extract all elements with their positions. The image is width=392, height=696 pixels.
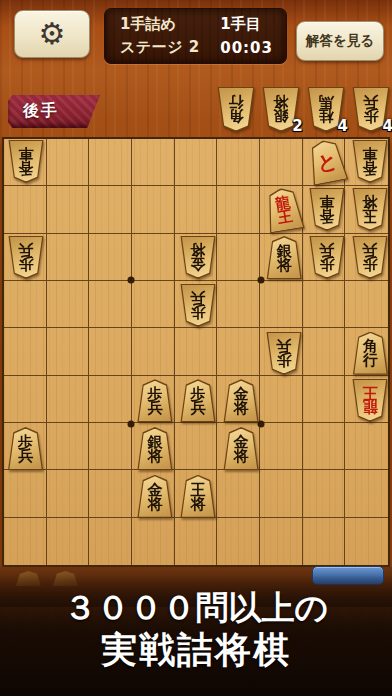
piece-kanji: 行 xyxy=(363,353,378,367)
piece-歩兵[interactable]: 歩兵 xyxy=(179,379,217,422)
board-cell-9f[interactable] xyxy=(4,376,47,423)
board-cell-7c[interactable] xyxy=(89,234,132,281)
show-answer-label: 解答を見る xyxy=(306,32,374,50)
piece-kanji: 兵 xyxy=(147,401,162,415)
board-cell-3i[interactable] xyxy=(260,518,303,565)
piece-kanji: 将 xyxy=(191,243,206,257)
piece-香車[interactable]: 香車 xyxy=(7,140,45,183)
board-cell-2d[interactable] xyxy=(303,281,346,328)
board-cell-9h[interactable] xyxy=(4,470,47,517)
board-cell-1g[interactable] xyxy=(345,423,388,470)
board-cell-3h[interactable] xyxy=(260,470,303,517)
board-cell-2h[interactable] xyxy=(303,470,346,517)
board-cell-8b[interactable] xyxy=(47,186,90,233)
board-cell-9i[interactable] xyxy=(4,518,47,565)
piece-kanji: 香 xyxy=(320,209,335,223)
hand-piece-count: 4 xyxy=(383,117,392,135)
piece-kanji: 歩 xyxy=(363,257,378,271)
piece-歩兵[interactable]: 歩兵 xyxy=(7,236,45,279)
piece-kanji: 歩 xyxy=(364,109,379,123)
hand-piece-count: 4 xyxy=(337,117,347,135)
piece-kanji: 龍 xyxy=(363,401,378,415)
board-cell-7e[interactable] xyxy=(89,328,132,375)
piece-kanji: 角 xyxy=(229,109,244,123)
app-screen: ⚙ 1手詰め ステージ 2 1手目 00:03 解答を見る 後手 角行銀将2桂馬… xyxy=(0,0,392,696)
board-cell-5i[interactable] xyxy=(175,518,218,565)
star-point xyxy=(128,277,135,284)
board-cell-2e[interactable] xyxy=(303,328,346,375)
board-cell-7d[interactable] xyxy=(89,281,132,328)
move-counter: 1手目 xyxy=(220,15,273,34)
board-cell-6a[interactable] xyxy=(132,139,175,186)
piece-kanji: 歩 xyxy=(18,257,33,271)
piece-kanji: 王 xyxy=(363,387,378,401)
board-cell-6e[interactable] xyxy=(132,328,175,375)
board-cell-7i[interactable] xyxy=(89,518,132,565)
hand-piece-slot[interactable]: 歩兵4 xyxy=(350,87,392,133)
piece-玉将[interactable]: 玉将 xyxy=(351,188,389,231)
board-cell-5a[interactable] xyxy=(175,139,218,186)
promo-line1: ３０００問以上の xyxy=(64,588,329,629)
board-cell-6i[interactable] xyxy=(132,518,175,565)
gote-hand-tray: 角行銀将2桂馬4歩兵4 xyxy=(215,87,392,133)
board-cell-7g[interactable] xyxy=(89,423,132,470)
board-cell-8i[interactable] xyxy=(47,518,90,565)
board-cell-3a[interactable] xyxy=(260,139,303,186)
piece-金将[interactable]: 金将 xyxy=(179,236,217,279)
piece-金将[interactable]: 金将 xyxy=(222,379,260,422)
hand-piece-slot[interactable]: 桂馬4 xyxy=(305,87,347,133)
gear-icon: ⚙ xyxy=(39,19,66,49)
piece-kanji: 兵 xyxy=(18,449,33,463)
stage-label: ステージ 2 xyxy=(120,38,200,57)
piece-kanji: 玉 xyxy=(363,209,378,223)
star-point xyxy=(257,277,264,284)
board-cell-4d[interactable] xyxy=(217,281,260,328)
board-cell-7h[interactable] xyxy=(89,470,132,517)
piece-kanji: 将 xyxy=(274,95,289,109)
gote-label: 後手 xyxy=(23,101,59,122)
puzzle-info-right: 1手目 00:03 xyxy=(220,15,273,57)
piece-kanji: 将 xyxy=(147,449,162,463)
piece-kanji: 銀 xyxy=(274,109,289,123)
board-cell-5b[interactable] xyxy=(175,186,218,233)
board-cell-4i[interactable] xyxy=(217,518,260,565)
board-cell-6d[interactable] xyxy=(132,281,175,328)
piece-kanji: 車 xyxy=(363,148,378,162)
piece-角行[interactable]: 角行 xyxy=(216,87,256,132)
hand-piece-slot[interactable]: 銀将2 xyxy=(260,87,302,133)
board-cell-4c[interactable] xyxy=(217,234,260,281)
piece-歩兵[interactable]: 歩兵 xyxy=(7,427,45,470)
piece-龍王[interactable]: 龍王 xyxy=(351,379,389,422)
piece-kanji: 香 xyxy=(363,162,378,176)
piece-kanji: 歩 xyxy=(191,305,206,319)
show-answer-button[interactable]: 解答を見る xyxy=(296,21,384,61)
piece-kanji: 行 xyxy=(229,95,244,109)
piece-kanji: 金 xyxy=(191,257,206,271)
board-cell-4e[interactable] xyxy=(217,328,260,375)
piece-kanji: 兵 xyxy=(364,95,379,109)
board-cell-9e[interactable] xyxy=(4,328,47,375)
board-cell-5e[interactable] xyxy=(175,328,218,375)
board-cell-4h[interactable] xyxy=(217,470,260,517)
piece-kanji: 兵 xyxy=(277,339,292,353)
board-cell-9d[interactable] xyxy=(4,281,47,328)
board-cell-8e[interactable] xyxy=(47,328,90,375)
board-cell-3f[interactable] xyxy=(260,376,303,423)
board-cell-6c[interactable] xyxy=(132,234,175,281)
piece-kanji: 車 xyxy=(320,195,335,209)
timer: 00:03 xyxy=(220,39,273,57)
piece-歩兵[interactable]: 歩兵 xyxy=(136,379,174,422)
piece-kanji: と xyxy=(316,153,339,171)
piece-kanji: 将 xyxy=(363,195,378,209)
piece-金将[interactable]: 金将 xyxy=(222,427,260,470)
piece-香車[interactable]: 香車 xyxy=(308,188,346,231)
piece-香車[interactable]: 香車 xyxy=(351,140,389,183)
board-cell-2i[interactable] xyxy=(303,518,346,565)
piece-王将[interactable]: 王将 xyxy=(179,475,217,518)
board-cell-8f[interactable] xyxy=(47,376,90,423)
piece-kanji: 馬 xyxy=(319,95,334,109)
piece-金将[interactable]: 金将 xyxy=(136,475,174,518)
board-cell-2g[interactable] xyxy=(303,423,346,470)
piece-kanji: 香 xyxy=(18,162,33,176)
piece-kanji: 将 xyxy=(234,449,249,463)
piece-歩兵[interactable]: 歩兵 xyxy=(179,284,217,327)
board-cell-1h[interactable] xyxy=(345,470,388,517)
piece-kanji: 将 xyxy=(234,401,249,415)
hand-piece-count: 2 xyxy=(292,117,302,135)
board-cell-7b[interactable] xyxy=(89,186,132,233)
board-cell-3g[interactable] xyxy=(260,423,303,470)
piece-銀将[interactable]: 銀将 xyxy=(265,236,303,279)
board-cell-7a[interactable] xyxy=(89,139,132,186)
piece-歩兵[interactable]: 歩兵 xyxy=(265,332,303,375)
piece-kanji: 王 xyxy=(277,209,294,225)
board-cell-8d[interactable] xyxy=(47,281,90,328)
puzzle-info-panel: 1手詰め ステージ 2 1手目 00:03 xyxy=(104,8,287,64)
board-cell-8h[interactable] xyxy=(47,470,90,517)
hand-piece-slot[interactable]: 角行 xyxy=(215,87,257,133)
board-cell-5g[interactable] xyxy=(175,423,218,470)
board-cell-7f[interactable] xyxy=(89,376,132,423)
board-cell-6b[interactable] xyxy=(132,186,175,233)
board-cell-4a[interactable] xyxy=(217,139,260,186)
settings-button[interactable]: ⚙ xyxy=(14,10,90,58)
piece-角行[interactable]: 角行 xyxy=(351,332,389,375)
piece-歩兵[interactable]: 歩兵 xyxy=(351,236,389,279)
piece-kanji: 桂 xyxy=(319,109,334,123)
piece-kanji: 兵 xyxy=(320,243,335,257)
piece-龍王[interactable]: 龍王 xyxy=(265,188,303,231)
piece-kanji: 兵 xyxy=(191,291,206,305)
piece-kanji: 歩 xyxy=(320,257,335,271)
piece-kanji: 車 xyxy=(18,148,33,162)
promo-line2: 実戦詰将棋 xyxy=(101,629,291,672)
board-cell-8g[interactable] xyxy=(47,423,90,470)
piece-kanji: 兵 xyxy=(363,243,378,257)
board-cell-8c[interactable] xyxy=(47,234,90,281)
piece-kanji: 兵 xyxy=(191,401,206,415)
piece-と[interactable]: と xyxy=(308,140,346,183)
piece-歩兵[interactable]: 歩兵 xyxy=(308,236,346,279)
promo-overlay: ３０００問以上の 実戦詰将棋 xyxy=(0,575,392,696)
board-cell-1i[interactable] xyxy=(345,518,388,565)
shogi-board: 香車と香車龍王香車玉将歩兵金将銀将歩兵歩兵歩兵歩兵角行歩兵歩兵金将龍王歩兵銀将金… xyxy=(2,137,390,567)
board-cell-2f[interactable] xyxy=(303,376,346,423)
star-point xyxy=(128,420,135,427)
puzzle-type-label: 1手詰め xyxy=(120,15,200,34)
board-cell-8a[interactable] xyxy=(47,139,90,186)
board-cell-9b[interactable] xyxy=(4,186,47,233)
puzzle-info-left: 1手詰め ステージ 2 xyxy=(120,15,200,57)
board-cell-3d[interactable] xyxy=(260,281,303,328)
board-cell-1d[interactable] xyxy=(345,281,388,328)
piece-kanji: 将 xyxy=(147,497,162,511)
piece-銀将[interactable]: 銀将 xyxy=(136,427,174,470)
gote-ribbon: 後手 xyxy=(8,95,100,128)
board-cell-4b[interactable] xyxy=(217,186,260,233)
piece-kanji: 将 xyxy=(277,258,292,272)
piece-kanji: 兵 xyxy=(18,243,33,257)
piece-kanji: 将 xyxy=(191,497,206,511)
